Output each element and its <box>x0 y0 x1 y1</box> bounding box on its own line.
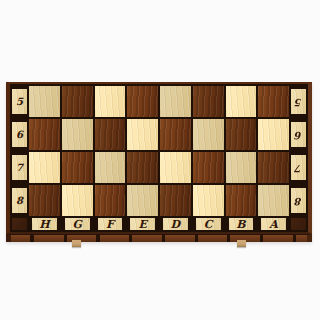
file-label-h-text: H <box>39 219 49 230</box>
square-e8 <box>127 185 158 216</box>
letter-row-corner-left <box>12 218 27 230</box>
square-d8 <box>160 185 191 216</box>
square-g7 <box>62 152 93 183</box>
square-f7 <box>95 152 126 183</box>
square-b5 <box>226 86 257 117</box>
rank-label-left-8: 8 <box>12 188 27 213</box>
rank-label-right-8-text: 8 <box>295 196 302 206</box>
square-b7 <box>226 152 257 183</box>
square-f8 <box>95 185 126 216</box>
hinge-peg-right <box>237 240 246 247</box>
file-label-a: A <box>261 218 286 230</box>
file-label-e: E <box>130 218 155 230</box>
rank-label-left-7-text: 7 <box>16 163 23 173</box>
square-b6 <box>226 119 257 150</box>
file-label-f-text: F <box>106 219 114 230</box>
square-c8 <box>193 185 224 216</box>
rank-label-right-5-text: 5 <box>295 97 302 107</box>
file-label-d: D <box>163 218 188 230</box>
hinge-peg-left <box>72 240 81 247</box>
square-f6 <box>95 119 126 150</box>
rank-label-left-6: 6 <box>12 122 27 147</box>
square-e6 <box>127 119 158 150</box>
file-label-e-text: E <box>138 219 146 230</box>
square-e5 <box>127 86 158 117</box>
rank-label-right-7: 7 <box>291 155 306 180</box>
rank-label-left-8-text: 8 <box>16 196 23 206</box>
square-d5 <box>160 86 191 117</box>
square-a7 <box>258 152 289 183</box>
file-label-a-text: A <box>269 219 278 230</box>
box-side-edge <box>6 234 312 242</box>
rank-label-right-6-text: 6 <box>295 130 302 140</box>
rank-label-left-5: 5 <box>12 89 27 114</box>
file-label-f: F <box>98 218 123 230</box>
square-c5 <box>193 86 224 117</box>
file-label-c-text: C <box>204 219 213 230</box>
file-label-b: B <box>229 218 254 230</box>
square-h5 <box>29 86 60 117</box>
square-g8 <box>62 185 93 216</box>
square-d7 <box>160 152 191 183</box>
square-c7 <box>193 152 224 183</box>
file-label-h: H <box>32 218 57 230</box>
square-g6 <box>62 119 93 150</box>
rank-label-left-5-text: 5 <box>16 97 23 107</box>
rank-label-right-7-text: 7 <box>295 163 302 173</box>
square-h8 <box>29 185 60 216</box>
square-a8 <box>258 185 289 216</box>
square-h6 <box>29 119 60 150</box>
board-face: 55667788HGFEDCBA <box>6 82 312 234</box>
file-label-c: C <box>196 218 221 230</box>
file-label-d-text: D <box>171 219 181 230</box>
letter-row-corner-right <box>291 218 306 230</box>
file-label-g: G <box>65 218 90 230</box>
square-d6 <box>160 119 191 150</box>
square-f5 <box>95 86 126 117</box>
square-e7 <box>127 152 158 183</box>
square-c6 <box>193 119 224 150</box>
rank-label-left-6-text: 6 <box>16 130 23 140</box>
file-label-g-text: G <box>72 219 81 230</box>
square-b8 <box>226 185 257 216</box>
rank-label-right-5: 5 <box>291 89 306 114</box>
square-g5 <box>62 86 93 117</box>
square-a6 <box>258 119 289 150</box>
folded-chess-box: 55667788HGFEDCBA <box>6 82 312 242</box>
rank-label-left-7: 7 <box>12 155 27 180</box>
rank-label-right-6: 6 <box>291 122 306 147</box>
square-a5 <box>258 86 289 117</box>
square-h7 <box>29 152 60 183</box>
photo-background: { "game": "chess", "scene": "closed fold… <box>0 0 320 320</box>
file-label-b-text: B <box>236 219 245 230</box>
rank-label-right-8: 8 <box>291 188 306 213</box>
